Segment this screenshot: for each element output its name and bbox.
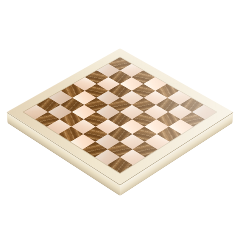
square-f3: [108, 127, 133, 142]
square-c1: [47, 119, 71, 134]
square-h5: [157, 127, 182, 142]
square-f1: [83, 142, 108, 157]
square-e3: [96, 119, 120, 134]
square-h3: [132, 142, 157, 157]
square-f5: [132, 112, 156, 127]
square-e4: [108, 112, 132, 127]
square-h1: [107, 157, 132, 173]
square-h2: [120, 149, 145, 165]
photo-background: [0, 0, 240, 240]
square-f4: [120, 119, 144, 134]
square-h6: [169, 119, 193, 134]
square-b1: [35, 112, 59, 127]
square-g3: [120, 134, 145, 149]
square-g1: [95, 149, 120, 165]
square-g2: [108, 142, 133, 157]
square-d1: [59, 127, 84, 142]
square-f2: [95, 134, 120, 149]
square-d2: [71, 119, 95, 134]
board-scene: [0, 0, 240, 240]
square-e2: [83, 127, 108, 142]
square-d3: [84, 112, 108, 127]
square-g6: [156, 112, 180, 127]
board-squares: [24, 57, 216, 173]
square-h7: [181, 112, 205, 127]
square-g5: [144, 119, 168, 134]
square-h4: [145, 134, 170, 149]
chess-board: [7, 48, 233, 184]
square-c2: [59, 112, 83, 127]
board-frame: [7, 48, 233, 184]
square-g4: [132, 127, 157, 142]
square-e1: [71, 134, 96, 149]
